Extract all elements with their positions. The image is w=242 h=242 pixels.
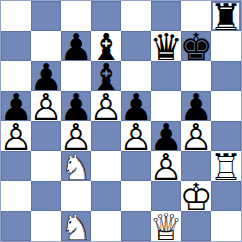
square-e7[interactable] (121, 31, 151, 61)
square-h1[interactable] (211, 211, 241, 241)
square-e8[interactable] (121, 1, 151, 31)
square-f3[interactable]: ♟♙ (151, 151, 181, 181)
square-g7[interactable]: ♚ (181, 31, 211, 61)
square-g2[interactable]: ♚♔ (181, 181, 211, 211)
square-b3[interactable] (31, 151, 61, 181)
square-h8[interactable]: ♜ (211, 1, 241, 31)
square-b8[interactable] (31, 1, 61, 31)
square-b5[interactable]: ♟♙ (31, 91, 61, 121)
square-h5[interactable] (211, 91, 241, 121)
square-f1[interactable]: ♛♕ (151, 211, 181, 241)
square-a7[interactable] (1, 31, 31, 61)
white-king[interactable]: ♚♔ (181, 181, 211, 211)
white-knight[interactable]: ♞♘ (61, 211, 91, 241)
black-king[interactable]: ♚ (181, 31, 211, 61)
square-d1[interactable] (91, 211, 121, 241)
white-pawn[interactable]: ♟♙ (121, 121, 151, 151)
square-c7[interactable]: ♟ (61, 31, 91, 61)
white-pawn[interactable]: ♟♙ (91, 91, 121, 121)
white-pawn[interactable]: ♟♙ (31, 91, 61, 121)
square-a2[interactable] (1, 181, 31, 211)
square-e2[interactable] (121, 181, 151, 211)
square-b1[interactable] (31, 211, 61, 241)
square-a1[interactable] (1, 211, 31, 241)
white-pawn[interactable]: ♟♙ (151, 151, 181, 181)
square-h6[interactable] (211, 61, 241, 91)
square-e1[interactable] (121, 211, 151, 241)
black-queen[interactable]: ♛ (151, 31, 181, 61)
black-pawn[interactable]: ♟ (61, 31, 91, 61)
square-h3[interactable]: ♜♖ (211, 151, 241, 181)
square-d4[interactable] (91, 121, 121, 151)
square-h7[interactable] (211, 31, 241, 61)
square-e4[interactable]: ♟♙ (121, 121, 151, 151)
square-b4[interactable] (31, 121, 61, 151)
square-d3[interactable] (91, 151, 121, 181)
square-d5[interactable]: ♟♙ (91, 91, 121, 121)
square-g1[interactable] (181, 211, 211, 241)
square-c1[interactable]: ♞♘ (61, 211, 91, 241)
square-f7[interactable]: ♛ (151, 31, 181, 61)
square-g4[interactable]: ♟♙ (181, 121, 211, 151)
square-d2[interactable] (91, 181, 121, 211)
white-queen[interactable]: ♛♕ (151, 211, 181, 241)
square-b2[interactable] (31, 181, 61, 211)
square-h2[interactable] (211, 181, 241, 211)
white-knight[interactable]: ♞♘ (61, 151, 91, 181)
square-a3[interactable] (1, 151, 31, 181)
square-a8[interactable] (1, 1, 31, 31)
square-a4[interactable]: ♟♙ (1, 121, 31, 151)
square-e3[interactable] (121, 151, 151, 181)
square-f6[interactable] (151, 61, 181, 91)
black-rook[interactable]: ♜ (211, 1, 241, 31)
chess-board: ♜♟♝♛♚♟♝♟♟♙♟♟♙♟♟♟♙♟♙♟♙♟♟♙♞♘♟♙♜♖♚♔♞♘♛♕ (0, 0, 242, 242)
square-c3[interactable]: ♞♘ (61, 151, 91, 181)
white-pawn[interactable]: ♟♙ (181, 121, 211, 151)
white-pawn[interactable]: ♟♙ (1, 121, 31, 151)
white-rook[interactable]: ♜♖ (211, 151, 241, 181)
